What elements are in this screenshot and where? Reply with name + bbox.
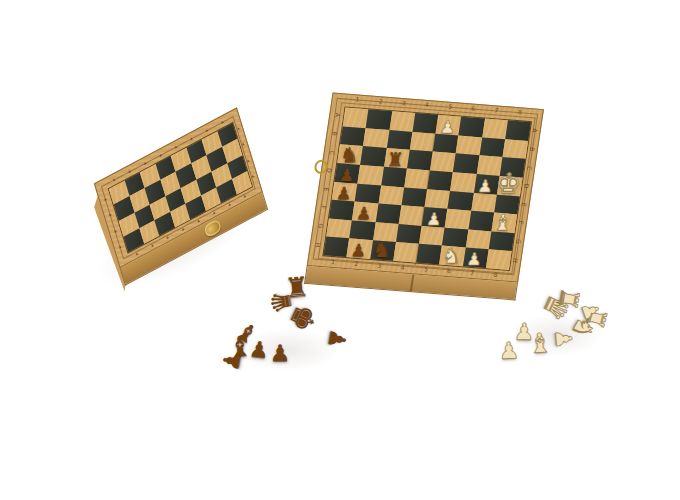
square-c4 bbox=[378, 185, 404, 205]
file-label: 2 bbox=[354, 261, 359, 267]
border-mark: ▴ bbox=[112, 176, 116, 182]
border-mark: ▴ bbox=[128, 168, 132, 174]
square-d8 bbox=[412, 113, 438, 133]
loose-dark-pawn: ♟ bbox=[324, 327, 349, 350]
square-c7 bbox=[386, 130, 412, 150]
rank-label: G bbox=[317, 223, 324, 228]
square-c8 bbox=[389, 111, 415, 131]
file-label: 6 bbox=[471, 105, 476, 111]
file-label: 6 bbox=[447, 268, 452, 274]
piece-white-bishop-h3: ♝ bbox=[492, 212, 513, 234]
border-mark: ▴ bbox=[103, 196, 107, 202]
rank-label: D bbox=[523, 184, 530, 189]
rank-label: A bbox=[531, 129, 538, 134]
piece-white-knight-f1: ♞ bbox=[441, 246, 461, 267]
rank-label: F bbox=[320, 206, 326, 210]
square-c3 bbox=[375, 204, 401, 224]
file-label: 7 bbox=[494, 107, 499, 113]
square-f3 bbox=[445, 209, 471, 229]
square-f5 bbox=[450, 172, 476, 192]
border-mark: ▴ bbox=[143, 160, 147, 166]
border-mark: ▴ bbox=[158, 152, 162, 158]
file-label: 8 bbox=[493, 272, 498, 278]
border-mark: ▴ bbox=[205, 127, 209, 133]
square-d2 bbox=[396, 224, 422, 244]
square-f8 bbox=[459, 117, 485, 137]
piece-black-pawn-a5: ♟ bbox=[338, 166, 355, 183]
rank-label: B bbox=[331, 131, 338, 136]
piece-white-pawn-e3: ♟ bbox=[425, 211, 442, 228]
square-b5 bbox=[358, 165, 384, 185]
square-d1 bbox=[393, 242, 419, 262]
piece-black-pawn-a4: ♟ bbox=[335, 185, 352, 202]
file-label: 4 bbox=[400, 264, 405, 270]
border-mark: ▴ bbox=[135, 250, 139, 256]
file-label: 5 bbox=[448, 104, 453, 110]
piece-white-pawn-g5: ♟ bbox=[477, 177, 494, 194]
square-d5 bbox=[404, 168, 430, 188]
rank-label: E bbox=[520, 203, 527, 207]
border-mark: ▴ bbox=[174, 144, 178, 150]
square-b8 bbox=[366, 109, 392, 129]
border-mark: ▴ bbox=[251, 173, 255, 179]
rank-label: C bbox=[328, 150, 335, 155]
square-d4 bbox=[401, 187, 427, 207]
square-g8 bbox=[482, 119, 508, 139]
loose-light-pawn: ♟ bbox=[498, 339, 520, 363]
border-mark: ▴ bbox=[243, 193, 247, 199]
brass-clasp-icon bbox=[203, 218, 222, 239]
file-label: 2 bbox=[378, 98, 383, 104]
rank-label: G bbox=[515, 239, 522, 244]
file-label: 3 bbox=[377, 263, 382, 269]
rank-label: E bbox=[322, 187, 329, 191]
loose-light-pawn: ♟ bbox=[551, 328, 575, 350]
open-board: 1122334455667788AABBCCDDEEFFGGHH ♟♞♜♟♟♚♟… bbox=[304, 93, 544, 301]
border-mark: ▴ bbox=[220, 119, 224, 125]
border-mark: ▴ bbox=[227, 201, 231, 207]
loose-dark-pawn: ♟ bbox=[270, 342, 291, 365]
square-e6 bbox=[430, 152, 456, 172]
border-mark: ▴ bbox=[108, 212, 112, 218]
square-a3 bbox=[329, 200, 355, 220]
square-e4 bbox=[424, 189, 450, 209]
piece-black-pawn-b1: ♟ bbox=[350, 242, 367, 259]
file-label: 1 bbox=[355, 96, 360, 102]
square-e1 bbox=[416, 244, 442, 264]
file-label: 7 bbox=[470, 270, 475, 276]
piece-white-pawn-e8: ♟ bbox=[439, 118, 456, 135]
piece-white-king-h5: ♚ bbox=[495, 170, 522, 198]
rank-label: C bbox=[526, 165, 533, 170]
open-board-top-face: 1122334455667788AABBCCDDEEFFGGHH ♟♞♜♟♟♚♟… bbox=[307, 93, 544, 283]
fold-seam bbox=[410, 274, 415, 291]
piece-white-pawn-g1: ♟ bbox=[466, 251, 483, 268]
file-label: 5 bbox=[423, 266, 428, 272]
piece-black-knight-c1: ♞ bbox=[372, 240, 392, 261]
rank-label: F bbox=[518, 221, 524, 225]
border-mark: ▴ bbox=[197, 218, 201, 224]
square-b4 bbox=[355, 183, 381, 203]
file-label: 4 bbox=[425, 102, 430, 108]
square-f7 bbox=[456, 135, 482, 155]
loose-dark-pawn: ♟ bbox=[248, 338, 270, 362]
product-photo: ▴▴▴▴▴▴▴▴▴▴▴▴▴▴▴▴▴▴▴▴▴▴▴▴ 112233445566778… bbox=[0, 0, 680, 500]
file-label: 8 bbox=[517, 109, 522, 115]
border-mark: ▴ bbox=[212, 209, 216, 215]
piece-black-knight-a6: ♞ bbox=[339, 144, 359, 165]
square-f6 bbox=[453, 154, 479, 174]
border-mark: ▴ bbox=[236, 125, 240, 131]
border-mark: ▴ bbox=[189, 135, 193, 141]
square-d3 bbox=[398, 205, 424, 225]
piece-black-pawn-b3: ♟ bbox=[356, 205, 373, 222]
square-d6 bbox=[407, 150, 433, 170]
border-mark: ▴ bbox=[113, 228, 117, 234]
rank-label: A bbox=[334, 113, 341, 118]
square-h8 bbox=[505, 120, 531, 140]
square-g2 bbox=[465, 229, 491, 249]
square-b7 bbox=[363, 128, 389, 148]
square-a1 bbox=[323, 237, 349, 257]
loose-dark-pawn: ♟ bbox=[219, 349, 244, 372]
square-a2 bbox=[326, 218, 352, 238]
rank-label: H bbox=[314, 242, 321, 247]
square-b6 bbox=[360, 146, 386, 166]
square-d7 bbox=[410, 132, 436, 152]
piece-black-rook-c6: ♜ bbox=[386, 150, 404, 169]
border-mark: ▴ bbox=[181, 226, 185, 232]
square-h7 bbox=[502, 139, 528, 159]
square-f4 bbox=[448, 191, 474, 211]
square-g7 bbox=[479, 137, 505, 157]
rank-label: H bbox=[512, 258, 519, 263]
border-mark: ▴ bbox=[246, 157, 250, 163]
square-g3 bbox=[468, 211, 494, 231]
file-label: 3 bbox=[401, 100, 406, 106]
square-e5 bbox=[427, 170, 453, 190]
square-h1 bbox=[486, 250, 512, 270]
rank-label: B bbox=[529, 147, 536, 152]
border-mark: ▴ bbox=[150, 242, 154, 248]
border-mark: ▴ bbox=[166, 234, 170, 240]
file-label: 1 bbox=[331, 259, 336, 265]
border-mark: ▴ bbox=[241, 141, 245, 147]
border-mark: ▴ bbox=[118, 243, 122, 249]
square-a8 bbox=[343, 108, 369, 128]
